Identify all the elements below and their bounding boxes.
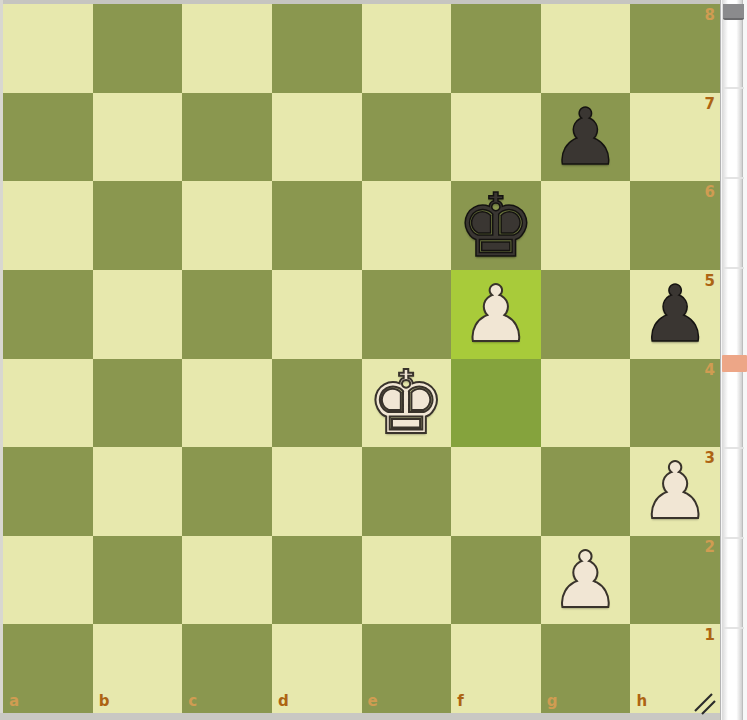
square-h8[interactable]: 8 [630,4,720,93]
white-king[interactable]: ♚ [367,359,446,447]
chess-app-window: 8♟7♚6♟♟5♚4♟3♟2abcdefgh1 [0,0,747,720]
square-a4[interactable] [3,359,93,448]
board-resize-handle-icon[interactable] [691,690,717,716]
square-g2[interactable]: ♟ [541,536,631,625]
square-b8[interactable] [93,4,183,93]
square-d1[interactable]: d [272,624,362,713]
square-e3[interactable] [362,447,452,536]
square-d7[interactable] [272,93,362,182]
square-d6[interactable] [272,181,362,270]
file-label-d: d [278,694,289,709]
rank-label-5: 5 [705,274,715,289]
track-divider [724,177,744,179]
square-c4[interactable] [182,359,272,448]
square-e2[interactable] [362,536,452,625]
file-label-e: e [368,694,378,709]
file-label-a: a [9,694,19,709]
square-b6[interactable] [93,181,183,270]
white-pawn[interactable]: ♟ [640,452,710,530]
square-a6[interactable] [3,181,93,270]
square-d5[interactable] [272,270,362,359]
square-f6[interactable]: ♚ [451,181,541,270]
black-king[interactable]: ♚ [456,182,535,270]
square-c3[interactable] [182,447,272,536]
file-label-c: c [188,694,197,709]
square-c2[interactable] [182,536,272,625]
square-f4[interactable] [451,359,541,448]
track-divider [724,537,744,539]
chess-board: 8♟7♚6♟♟5♚4♟3♟2abcdefgh1 [3,4,720,713]
square-e8[interactable] [362,4,452,93]
white-pawn[interactable]: ♟ [461,275,531,353]
square-a8[interactable] [3,4,93,93]
square-b1[interactable]: b [93,624,183,713]
file-label-f: f [457,694,464,709]
square-b4[interactable] [93,359,183,448]
rank-label-7: 7 [705,97,715,112]
square-d4[interactable] [272,359,362,448]
square-a1[interactable]: a [3,624,93,713]
board-bottom-edge [0,713,721,720]
white-pawn[interactable]: ♟ [551,541,621,619]
square-g6[interactable] [541,181,631,270]
square-h3[interactable]: ♟3 [630,447,720,536]
square-g3[interactable] [541,447,631,536]
square-e5[interactable] [362,270,452,359]
square-g8[interactable] [541,4,631,93]
square-b3[interactable] [93,447,183,536]
square-a5[interactable] [3,270,93,359]
find-match-marker [722,355,747,372]
square-c6[interactable] [182,181,272,270]
square-g1[interactable]: g [541,624,631,713]
rank-label-4: 4 [705,363,715,378]
square-h6[interactable]: 6 [630,181,720,270]
square-d8[interactable] [272,4,362,93]
square-f8[interactable] [451,4,541,93]
square-c1[interactable]: c [182,624,272,713]
square-h2[interactable]: 2 [630,536,720,625]
file-label-g: g [547,694,558,709]
square-g4[interactable] [541,359,631,448]
rank-label-6: 6 [705,185,715,200]
square-c5[interactable] [182,270,272,359]
scrollbar-thumb[interactable] [723,4,744,20]
rank-label-1: 1 [705,628,715,643]
track-divider [724,87,744,89]
square-a3[interactable] [3,447,93,536]
square-d3[interactable] [272,447,362,536]
square-c8[interactable] [182,4,272,93]
square-a7[interactable] [3,93,93,182]
square-b5[interactable] [93,270,183,359]
square-h4[interactable]: 4 [630,359,720,448]
square-g5[interactable] [541,270,631,359]
square-b7[interactable] [93,93,183,182]
file-label-h: h [636,694,647,709]
black-pawn[interactable]: ♟ [551,98,621,176]
page-scrollbar [720,0,747,720]
square-h5[interactable]: ♟5 [630,270,720,359]
square-g7[interactable]: ♟ [541,93,631,182]
square-e4[interactable]: ♚ [362,359,452,448]
scrollbar-track[interactable] [722,0,743,720]
square-b2[interactable] [93,536,183,625]
black-pawn[interactable]: ♟ [640,275,710,353]
rank-label-2: 2 [705,540,715,555]
square-h7[interactable]: 7 [630,93,720,182]
square-e6[interactable] [362,181,452,270]
square-f3[interactable] [451,447,541,536]
square-f2[interactable] [451,536,541,625]
track-divider [724,447,744,449]
square-d2[interactable] [272,536,362,625]
file-label-b: b [99,694,110,709]
square-c7[interactable] [182,93,272,182]
square-f7[interactable] [451,93,541,182]
square-e7[interactable] [362,93,452,182]
track-divider [724,267,744,269]
square-a2[interactable] [3,536,93,625]
rank-label-3: 3 [705,451,715,466]
square-f5[interactable]: ♟ [451,270,541,359]
track-divider [724,627,744,629]
rank-label-8: 8 [705,8,715,23]
square-f1[interactable]: f [451,624,541,713]
square-e1[interactable]: e [362,624,452,713]
